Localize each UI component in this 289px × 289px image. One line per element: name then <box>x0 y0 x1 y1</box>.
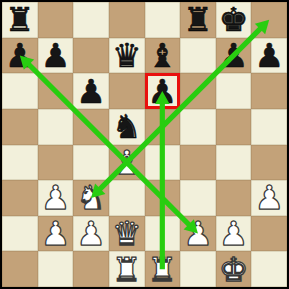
square-g5[interactable] <box>216 109 252 145</box>
square-h6[interactable] <box>251 73 287 109</box>
piece-black-queen-d7[interactable]: ♛ <box>112 38 142 73</box>
square-g7[interactable]: ♟ <box>216 38 252 74</box>
square-b4[interactable] <box>38 145 74 181</box>
square-e1[interactable]: ♜ <box>145 251 181 287</box>
square-f6[interactable] <box>180 73 216 109</box>
square-d7[interactable]: ♛ <box>109 38 145 74</box>
square-h1[interactable] <box>251 251 287 287</box>
square-a7[interactable]: ♟ <box>2 38 38 74</box>
square-h3[interactable]: ♟ <box>251 180 287 216</box>
square-a3[interactable] <box>2 180 38 216</box>
square-f1[interactable] <box>180 251 216 287</box>
piece-black-pawn-h7[interactable]: ♟ <box>254 38 284 73</box>
square-h2[interactable] <box>251 216 287 252</box>
square-c6[interactable]: ♟ <box>73 73 109 109</box>
square-d6[interactable] <box>109 73 145 109</box>
piece-black-pawn-g7[interactable]: ♟ <box>219 38 249 73</box>
square-g8[interactable]: ♚ <box>216 2 252 38</box>
piece-white-pawn-b2[interactable]: ♟ <box>41 216 71 251</box>
square-f7[interactable] <box>180 38 216 74</box>
square-d4[interactable]: ♝ <box>109 145 145 181</box>
square-d5[interactable]: ♞ <box>109 109 145 145</box>
square-b6[interactable] <box>38 73 74 109</box>
chess-board: ♜♜♚♟♟♛♝♟♟♟♟♞♝♟♞♟♟♟♛♟♟♜♜♚ <box>0 0 289 289</box>
piece-black-bishop-e7[interactable]: ♝ <box>148 38 178 73</box>
square-e5[interactable] <box>145 109 181 145</box>
square-c3[interactable]: ♞ <box>73 180 109 216</box>
square-b3[interactable]: ♟ <box>38 180 74 216</box>
piece-white-rook-e1[interactable]: ♜ <box>148 252 178 287</box>
square-h8[interactable] <box>251 2 287 38</box>
square-b8[interactable] <box>38 2 74 38</box>
square-g2[interactable]: ♟ <box>216 216 252 252</box>
square-f3[interactable] <box>180 180 216 216</box>
square-a2[interactable] <box>2 216 38 252</box>
square-f2[interactable]: ♟ <box>180 216 216 252</box>
piece-black-pawn-e6[interactable]: ♟ <box>148 74 178 109</box>
square-d2[interactable]: ♛ <box>109 216 145 252</box>
piece-black-pawn-a7[interactable]: ♟ <box>5 38 35 73</box>
square-g6[interactable] <box>216 73 252 109</box>
square-a6[interactable] <box>2 73 38 109</box>
piece-white-king-g1[interactable]: ♚ <box>219 252 249 287</box>
highlight-square-e6[interactable]: ♟ <box>145 73 181 109</box>
square-b7[interactable]: ♟ <box>38 38 74 74</box>
square-h4[interactable] <box>251 145 287 181</box>
square-c7[interactable] <box>73 38 109 74</box>
square-c2[interactable]: ♟ <box>73 216 109 252</box>
piece-black-king-g8[interactable]: ♚ <box>219 2 249 37</box>
piece-white-pawn-g2[interactable]: ♟ <box>219 216 249 251</box>
square-b1[interactable] <box>38 251 74 287</box>
square-c5[interactable] <box>73 109 109 145</box>
square-h5[interactable] <box>251 109 287 145</box>
square-c4[interactable] <box>73 145 109 181</box>
square-b5[interactable] <box>38 109 74 145</box>
piece-white-pawn-b3[interactable]: ♟ <box>41 180 71 215</box>
square-h7[interactable]: ♟ <box>251 38 287 74</box>
square-g3[interactable] <box>216 180 252 216</box>
square-e4[interactable] <box>145 145 181 181</box>
square-f4[interactable] <box>180 145 216 181</box>
piece-white-pawn-f2[interactable]: ♟ <box>183 216 213 251</box>
square-f5[interactable] <box>180 109 216 145</box>
square-d1[interactable]: ♜ <box>109 251 145 287</box>
square-c1[interactable] <box>73 251 109 287</box>
square-e7[interactable]: ♝ <box>145 38 181 74</box>
piece-black-knight-d5[interactable]: ♞ <box>112 109 142 144</box>
square-g4[interactable] <box>216 145 252 181</box>
square-a8[interactable]: ♜ <box>2 2 38 38</box>
square-c8[interactable] <box>73 2 109 38</box>
chess-board-wrapper: ♜♜♚♟♟♛♝♟♟♟♟♞♝♟♞♟♟♟♛♟♟♜♜♚ <box>0 0 289 289</box>
square-a1[interactable] <box>2 251 38 287</box>
square-d8[interactable] <box>109 2 145 38</box>
square-b2[interactable]: ♟ <box>38 216 74 252</box>
piece-white-bishop-d4[interactable]: ♝ <box>112 145 142 180</box>
square-d3[interactable] <box>109 180 145 216</box>
square-f8[interactable]: ♜ <box>180 2 216 38</box>
square-e8[interactable] <box>145 2 181 38</box>
piece-black-rook-a8[interactable]: ♜ <box>5 2 35 37</box>
piece-white-pawn-c2[interactable]: ♟ <box>76 216 106 251</box>
piece-black-pawn-b7[interactable]: ♟ <box>41 38 71 73</box>
square-a4[interactable] <box>2 145 38 181</box>
square-a5[interactable] <box>2 109 38 145</box>
piece-white-pawn-h3[interactable]: ♟ <box>254 180 284 215</box>
square-e3[interactable] <box>145 180 181 216</box>
square-e2[interactable] <box>145 216 181 252</box>
piece-black-rook-f8[interactable]: ♜ <box>183 2 213 37</box>
piece-black-pawn-c6[interactable]: ♟ <box>76 74 106 109</box>
piece-white-rook-d1[interactable]: ♜ <box>112 252 142 287</box>
square-g1[interactable]: ♚ <box>216 251 252 287</box>
piece-white-queen-d2[interactable]: ♛ <box>112 216 142 251</box>
piece-white-knight-c3[interactable]: ♞ <box>76 180 106 215</box>
